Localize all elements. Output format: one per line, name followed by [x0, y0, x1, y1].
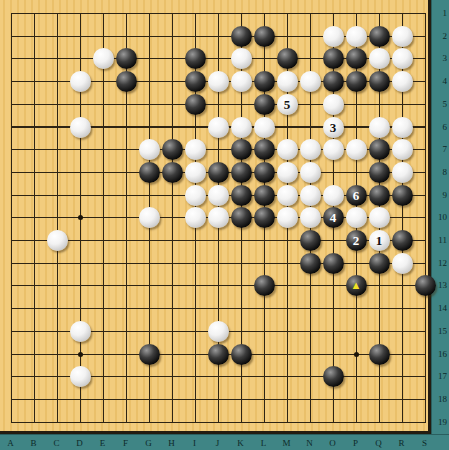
white-stone	[70, 366, 91, 387]
column-label-N: N	[306, 438, 313, 448]
row-label-13: 13	[438, 280, 447, 290]
row-label-15: 15	[438, 326, 447, 336]
column-label-E: E	[100, 438, 106, 448]
white-stone	[300, 139, 321, 160]
go-app-window: 536421▲ ABCDEFGHIJKLMNOPQRS 123456789101…	[0, 0, 449, 450]
black-stone	[231, 162, 252, 183]
triangle-marker: ▲	[351, 280, 362, 291]
column-label-P: P	[353, 438, 358, 448]
black-stone	[323, 253, 344, 274]
white-stone	[185, 139, 206, 160]
white-stone	[277, 139, 298, 160]
black-stone	[231, 344, 252, 365]
row-label-6: 6	[443, 122, 448, 132]
white-stone	[323, 185, 344, 206]
black-stone	[369, 139, 390, 160]
white-stone	[392, 162, 413, 183]
row-label-3: 3	[443, 53, 448, 63]
black-stone	[254, 94, 275, 115]
black-stone	[415, 275, 436, 296]
white-stone	[300, 162, 321, 183]
black-stone	[346, 71, 367, 92]
row-label-2: 2	[443, 31, 448, 41]
row-label-10: 10	[438, 212, 447, 222]
column-label-A: A	[7, 438, 14, 448]
column-label-C: C	[53, 438, 59, 448]
black-stone	[162, 162, 183, 183]
white-stone	[185, 162, 206, 183]
black-stone	[254, 71, 275, 92]
black-stone	[254, 275, 275, 296]
white-stone	[139, 139, 160, 160]
row-label-16: 16	[438, 349, 447, 359]
column-label-M: M	[282, 438, 290, 448]
row-label-12: 12	[438, 258, 447, 268]
white-stone	[208, 185, 229, 206]
row-label-18: 18	[438, 394, 447, 404]
white-stone	[93, 48, 114, 69]
white-stone	[47, 230, 68, 251]
black-stone	[231, 185, 252, 206]
black-stone	[231, 139, 252, 160]
black-stone	[254, 139, 275, 160]
column-label-D: D	[76, 438, 83, 448]
black-stone	[208, 344, 229, 365]
star-point	[78, 352, 83, 357]
black-stone	[116, 71, 137, 92]
row-label-1: 1	[443, 8, 448, 18]
row-label-4: 4	[443, 76, 448, 86]
column-coordinate-strip: ABCDEFGHIJKLMNOPQRS	[0, 434, 449, 450]
white-stone	[346, 139, 367, 160]
black-stone	[300, 253, 321, 274]
black-stone	[254, 26, 275, 47]
white-stone	[231, 48, 252, 69]
row-label-9: 9	[443, 190, 448, 200]
black-stone	[323, 366, 344, 387]
black-stone: 6	[346, 185, 367, 206]
move-number-label: 3	[330, 121, 337, 134]
black-stone	[346, 48, 367, 69]
white-stone	[208, 207, 229, 228]
white-stone	[208, 117, 229, 138]
black-stone	[254, 185, 275, 206]
black-stone	[369, 344, 390, 365]
white-stone	[323, 94, 344, 115]
column-label-I: I	[193, 438, 196, 448]
black-stone	[392, 230, 413, 251]
white-stone	[323, 139, 344, 160]
black-stone	[369, 26, 390, 47]
white-stone	[139, 207, 160, 228]
white-stone	[346, 207, 367, 228]
black-stone	[323, 71, 344, 92]
black-stone	[300, 230, 321, 251]
column-label-B: B	[30, 438, 36, 448]
black-stone	[392, 185, 413, 206]
column-label-H: H	[168, 438, 175, 448]
row-label-19: 19	[438, 417, 447, 427]
white-stone	[369, 48, 390, 69]
white-stone: 5	[277, 94, 298, 115]
white-stone	[392, 26, 413, 47]
black-stone: ▲	[346, 275, 367, 296]
row-label-17: 17	[438, 371, 447, 381]
white-stone	[231, 117, 252, 138]
white-stone	[392, 117, 413, 138]
white-stone	[70, 71, 91, 92]
move-number-label: 4	[330, 211, 337, 224]
black-stone: 4	[323, 207, 344, 228]
black-stone	[323, 48, 344, 69]
row-label-14: 14	[438, 303, 447, 313]
white-stone	[277, 185, 298, 206]
row-label-7: 7	[443, 144, 448, 154]
white-stone	[392, 48, 413, 69]
move-number-label: 6	[353, 189, 360, 202]
row-coordinate-strip: 12345678910111213141516171819	[431, 0, 449, 434]
black-stone	[139, 162, 160, 183]
white-stone: 3	[323, 117, 344, 138]
black-stone: 2	[346, 230, 367, 251]
black-stone	[185, 71, 206, 92]
white-stone	[277, 207, 298, 228]
go-board[interactable]: 536421▲	[0, 0, 431, 434]
black-stone	[185, 94, 206, 115]
move-number-label: 5	[284, 98, 291, 111]
white-stone	[369, 207, 390, 228]
column-label-Q: Q	[375, 438, 382, 448]
row-label-8: 8	[443, 167, 448, 177]
black-stone	[185, 48, 206, 69]
black-stone	[231, 207, 252, 228]
black-stone	[254, 162, 275, 183]
move-number-label: 1	[376, 234, 383, 247]
white-stone	[277, 162, 298, 183]
black-stone	[162, 139, 183, 160]
column-label-R: R	[398, 438, 404, 448]
star-point	[354, 352, 359, 357]
white-stone	[185, 185, 206, 206]
column-label-K: K	[237, 438, 244, 448]
column-label-S: S	[422, 438, 427, 448]
black-stone	[369, 71, 390, 92]
white-stone	[254, 117, 275, 138]
column-label-L: L	[261, 438, 267, 448]
row-label-11: 11	[438, 235, 447, 245]
white-stone	[369, 117, 390, 138]
black-stone	[369, 253, 390, 274]
black-stone	[139, 344, 160, 365]
column-label-O: O	[329, 438, 336, 448]
white-stone	[300, 71, 321, 92]
white-stone	[392, 71, 413, 92]
black-stone	[208, 162, 229, 183]
column-label-J: J	[216, 438, 220, 448]
white-stone	[300, 207, 321, 228]
white-stone: 1	[369, 230, 390, 251]
column-label-F: F	[123, 438, 128, 448]
black-stone	[254, 207, 275, 228]
white-stone	[70, 321, 91, 342]
white-stone	[208, 321, 229, 342]
black-stone	[116, 48, 137, 69]
row-label-5: 5	[443, 99, 448, 109]
white-stone	[346, 26, 367, 47]
black-stone	[369, 185, 390, 206]
white-stone	[392, 253, 413, 274]
white-stone	[392, 139, 413, 160]
black-stone	[231, 26, 252, 47]
white-stone	[231, 71, 252, 92]
move-number-label: 2	[353, 234, 360, 247]
black-stone	[369, 162, 390, 183]
white-stone	[277, 71, 298, 92]
white-stone	[208, 71, 229, 92]
white-stone	[185, 207, 206, 228]
black-stone	[277, 48, 298, 69]
column-label-G: G	[145, 438, 152, 448]
white-stone	[300, 185, 321, 206]
star-point	[78, 215, 83, 220]
white-stone	[70, 117, 91, 138]
white-stone	[323, 26, 344, 47]
